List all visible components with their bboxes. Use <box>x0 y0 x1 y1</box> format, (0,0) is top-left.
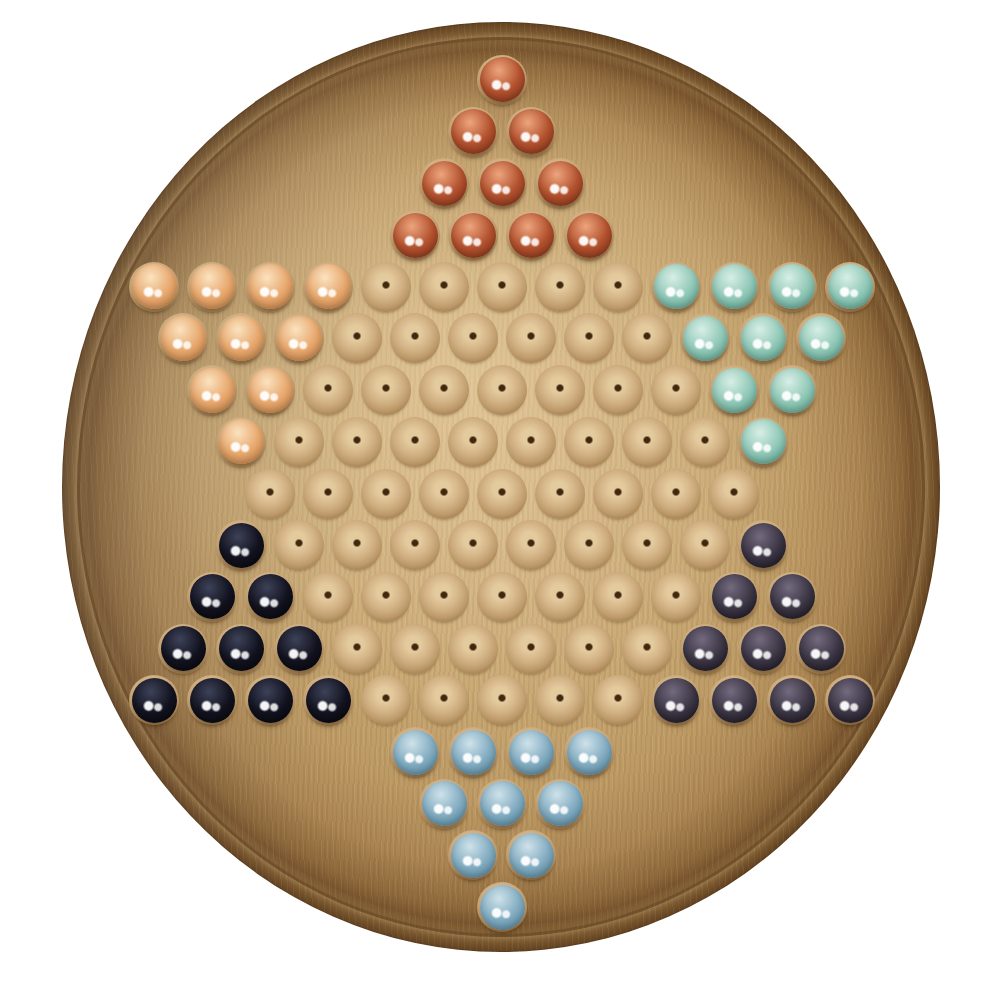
marble-purple[interactable] <box>712 678 757 723</box>
hole-r9-c2[interactable] <box>303 469 353 519</box>
marble-blue[interactable] <box>509 730 554 775</box>
marble-purple[interactable] <box>712 574 757 619</box>
marble-red[interactable] <box>509 109 554 154</box>
marble-black[interactable] <box>277 626 322 671</box>
marble-blue[interactable] <box>422 781 467 826</box>
marble-orange[interactable] <box>219 316 264 361</box>
hole-r11-c7[interactable] <box>535 572 585 622</box>
marble-blue[interactable] <box>509 833 554 878</box>
hole-r8-c5[interactable] <box>448 417 498 467</box>
marble-blue[interactable] <box>538 781 583 826</box>
hole-r12-c7[interactable] <box>506 624 556 674</box>
marble-red[interactable] <box>451 213 496 258</box>
marble-purple[interactable] <box>741 523 786 568</box>
marble-orange[interactable] <box>219 419 264 464</box>
marble-orange[interactable] <box>248 368 293 413</box>
marble-orange[interactable] <box>161 316 206 361</box>
hole-r11-c5[interactable] <box>419 572 469 622</box>
marble-blue[interactable] <box>480 885 525 930</box>
marble-orange[interactable] <box>248 264 293 309</box>
marble-blue[interactable] <box>451 833 496 878</box>
marble-purple[interactable] <box>654 678 699 723</box>
marble-blue[interactable] <box>451 730 496 775</box>
marble-teal[interactable] <box>770 368 815 413</box>
marble-red[interactable] <box>538 161 583 206</box>
hole-r7-c4[interactable] <box>361 365 411 415</box>
hole-r13-c7[interactable] <box>477 675 527 725</box>
marble-teal[interactable] <box>712 368 757 413</box>
hole-r12-c5[interactable] <box>390 624 440 674</box>
hole-r9-c9[interactable] <box>709 469 759 519</box>
marble-red[interactable] <box>480 57 525 102</box>
marble-red[interactable] <box>480 161 525 206</box>
marble-purple[interactable] <box>683 626 728 671</box>
marble-purple[interactable] <box>741 626 786 671</box>
marble-orange[interactable] <box>277 316 322 361</box>
marble-black[interactable] <box>161 626 206 671</box>
hole-r7-c9[interactable] <box>651 365 701 415</box>
hole-r10-c6[interactable] <box>506 520 556 570</box>
hole-r10-c3[interactable] <box>332 520 382 570</box>
hole-r9-c1[interactable] <box>245 469 295 519</box>
hole-r8-c9[interactable] <box>680 417 730 467</box>
hole-r10-c5[interactable] <box>448 520 498 570</box>
hole-r7-c6[interactable] <box>477 365 527 415</box>
hole-r7-c3[interactable] <box>303 365 353 415</box>
marble-purple[interactable] <box>770 574 815 619</box>
hole-r11-c6[interactable] <box>477 572 527 622</box>
marble-red[interactable] <box>451 109 496 154</box>
hole-r12-c6[interactable] <box>448 624 498 674</box>
marble-teal[interactable] <box>828 264 873 309</box>
hole-r8-c4[interactable] <box>390 417 440 467</box>
marble-teal[interactable] <box>741 316 786 361</box>
marble-red[interactable] <box>567 213 612 258</box>
hole-r12-c9[interactable] <box>622 624 672 674</box>
hole-r11-c9[interactable] <box>651 572 701 622</box>
marble-blue[interactable] <box>393 730 438 775</box>
marble-purple[interactable] <box>770 678 815 723</box>
hole-r10-c7[interactable] <box>564 520 614 570</box>
hole-r11-c3[interactable] <box>303 572 353 622</box>
hole-r13-c6[interactable] <box>419 675 469 725</box>
marble-teal[interactable] <box>799 316 844 361</box>
marble-black[interactable] <box>248 678 293 723</box>
marble-orange[interactable] <box>190 368 235 413</box>
marble-black[interactable] <box>132 678 177 723</box>
marble-teal[interactable] <box>654 264 699 309</box>
hole-r9-c7[interactable] <box>593 469 643 519</box>
marble-teal[interactable] <box>770 264 815 309</box>
hole-r5-c8[interactable] <box>535 262 585 312</box>
hole-r13-c9[interactable] <box>593 675 643 725</box>
marble-red[interactable] <box>509 213 554 258</box>
hole-r5-c6[interactable] <box>419 262 469 312</box>
hole-r12-c8[interactable] <box>564 624 614 674</box>
hole-r9-c8[interactable] <box>651 469 701 519</box>
hole-r12-c4[interactable] <box>332 624 382 674</box>
hole-r7-c7[interactable] <box>535 365 585 415</box>
marble-orange[interactable] <box>190 264 235 309</box>
marble-black[interactable] <box>219 523 264 568</box>
hole-r10-c4[interactable] <box>390 520 440 570</box>
marble-blue[interactable] <box>480 781 525 826</box>
marble-black[interactable] <box>248 574 293 619</box>
hole-r5-c9[interactable] <box>593 262 643 312</box>
hole-r11-c4[interactable] <box>361 572 411 622</box>
hole-r8-c8[interactable] <box>622 417 672 467</box>
photo-stage <box>0 0 1000 1000</box>
hole-r8-c2[interactable] <box>274 417 324 467</box>
marble-black[interactable] <box>190 574 235 619</box>
hole-r8-c7[interactable] <box>564 417 614 467</box>
marble-teal[interactable] <box>683 316 728 361</box>
hole-r10-c2[interactable] <box>274 520 324 570</box>
marble-red[interactable] <box>393 213 438 258</box>
hole-r9-c5[interactable] <box>477 469 527 519</box>
marble-orange[interactable] <box>306 264 351 309</box>
marble-purple[interactable] <box>828 678 873 723</box>
hole-r7-c5[interactable] <box>419 365 469 415</box>
marble-red[interactable] <box>422 161 467 206</box>
marble-teal[interactable] <box>741 419 786 464</box>
hole-r8-c3[interactable] <box>332 417 382 467</box>
marble-purple[interactable] <box>799 626 844 671</box>
marble-teal[interactable] <box>712 264 757 309</box>
hole-r9-c4[interactable] <box>419 469 469 519</box>
marble-black[interactable] <box>190 678 235 723</box>
hole-r7-c8[interactable] <box>593 365 643 415</box>
hole-r9-c3[interactable] <box>361 469 411 519</box>
hole-r13-c8[interactable] <box>535 675 585 725</box>
hole-r10-c8[interactable] <box>622 520 672 570</box>
marble-black[interactable] <box>306 678 351 723</box>
marble-orange[interactable] <box>132 264 177 309</box>
hole-r8-c6[interactable] <box>506 417 556 467</box>
hole-r5-c7[interactable] <box>477 262 527 312</box>
marble-black[interactable] <box>219 626 264 671</box>
marble-blue[interactable] <box>567 730 612 775</box>
hole-r13-c5[interactable] <box>361 675 411 725</box>
hole-r11-c8[interactable] <box>593 572 643 622</box>
hole-r10-c9[interactable] <box>680 520 730 570</box>
hole-r5-c5[interactable] <box>361 262 411 312</box>
hole-r9-c6[interactable] <box>535 469 585 519</box>
